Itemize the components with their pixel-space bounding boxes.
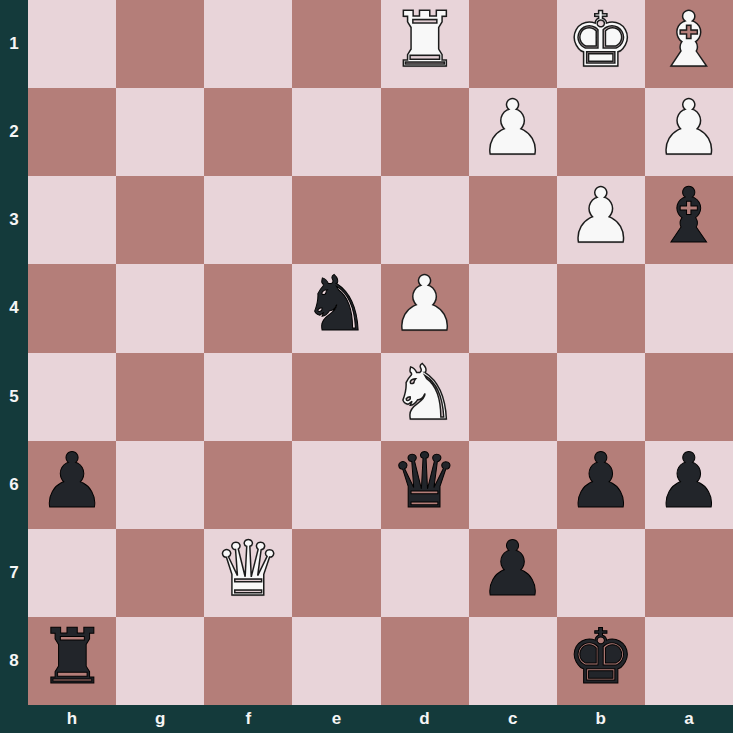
square-f1[interactable] xyxy=(204,0,292,88)
black-rook-icon[interactable]: ♜ xyxy=(38,619,106,695)
square-g7[interactable] xyxy=(116,529,204,617)
rank-label-3: 3 xyxy=(0,176,28,264)
square-h5[interactable] xyxy=(28,353,116,441)
file-label-d: d xyxy=(381,705,469,733)
white-pawn-icon[interactable]: ♟ xyxy=(567,178,635,254)
square-e2[interactable] xyxy=(292,88,380,176)
square-d4[interactable]: ♟ xyxy=(381,264,469,352)
file-label-e: e xyxy=(292,705,380,733)
square-h6[interactable]: ♟ xyxy=(28,441,116,529)
rank-label-4: 4 xyxy=(0,264,28,352)
square-g2[interactable] xyxy=(116,88,204,176)
square-c1[interactable] xyxy=(469,0,557,88)
square-b6[interactable]: ♟ xyxy=(557,441,645,529)
square-f5[interactable] xyxy=(204,353,292,441)
black-king-icon[interactable]: ♚ xyxy=(567,619,635,695)
square-f2[interactable] xyxy=(204,88,292,176)
rank-label-2: 2 xyxy=(0,88,28,176)
square-g3[interactable] xyxy=(116,176,204,264)
file-label-h: h xyxy=(28,705,116,733)
square-b1[interactable]: ♚ xyxy=(557,0,645,88)
white-king-icon[interactable]: ♚ xyxy=(567,2,635,78)
white-pawn-icon[interactable]: ♟ xyxy=(655,90,723,166)
square-b3[interactable]: ♟ xyxy=(557,176,645,264)
white-pawn-icon[interactable]: ♟ xyxy=(479,90,547,166)
square-d2[interactable] xyxy=(381,88,469,176)
square-e8[interactable] xyxy=(292,617,380,705)
square-g5[interactable] xyxy=(116,353,204,441)
square-f6[interactable] xyxy=(204,441,292,529)
square-b4[interactable] xyxy=(557,264,645,352)
square-c7[interactable]: ♟ xyxy=(469,529,557,617)
square-c2[interactable]: ♟ xyxy=(469,88,557,176)
chess-board: 1♜♚♝2♟♟3♟♝4♞♟5♞6♟♛♟♟7♛♟8♜♚hgfedcba xyxy=(0,0,733,733)
black-pawn-icon[interactable]: ♟ xyxy=(479,531,547,607)
square-h3[interactable] xyxy=(28,176,116,264)
square-b2[interactable] xyxy=(557,88,645,176)
black-pawn-icon[interactable]: ♟ xyxy=(655,443,723,519)
white-pawn-icon[interactable]: ♟ xyxy=(390,266,458,342)
square-h4[interactable] xyxy=(28,264,116,352)
rank-label-8: 8 xyxy=(0,617,28,705)
square-a4[interactable] xyxy=(645,264,733,352)
square-e4[interactable]: ♞ xyxy=(292,264,380,352)
square-g8[interactable] xyxy=(116,617,204,705)
square-d1[interactable]: ♜ xyxy=(381,0,469,88)
board-frame-corner xyxy=(0,705,28,733)
square-h2[interactable] xyxy=(28,88,116,176)
square-h8[interactable]: ♜ xyxy=(28,617,116,705)
square-b8[interactable]: ♚ xyxy=(557,617,645,705)
square-a5[interactable] xyxy=(645,353,733,441)
square-d7[interactable] xyxy=(381,529,469,617)
white-knight-icon[interactable]: ♞ xyxy=(390,355,458,431)
square-c3[interactable] xyxy=(469,176,557,264)
square-a3[interactable]: ♝ xyxy=(645,176,733,264)
white-queen-icon[interactable]: ♛ xyxy=(214,531,282,607)
square-b5[interactable] xyxy=(557,353,645,441)
rank-label-1: 1 xyxy=(0,0,28,88)
square-f7[interactable]: ♛ xyxy=(204,529,292,617)
square-d8[interactable] xyxy=(381,617,469,705)
square-h1[interactable] xyxy=(28,0,116,88)
square-d5[interactable]: ♞ xyxy=(381,353,469,441)
black-pawn-icon[interactable]: ♟ xyxy=(38,443,106,519)
square-c4[interactable] xyxy=(469,264,557,352)
square-h7[interactable] xyxy=(28,529,116,617)
square-a8[interactable] xyxy=(645,617,733,705)
white-rook-icon[interactable]: ♜ xyxy=(390,2,458,78)
file-label-b: b xyxy=(557,705,645,733)
square-d3[interactable] xyxy=(381,176,469,264)
square-e6[interactable] xyxy=(292,441,380,529)
square-g4[interactable] xyxy=(116,264,204,352)
file-label-a: a xyxy=(645,705,733,733)
square-c8[interactable] xyxy=(469,617,557,705)
white-bishop-icon[interactable]: ♝ xyxy=(655,2,723,78)
square-a1[interactable]: ♝ xyxy=(645,0,733,88)
square-g6[interactable] xyxy=(116,441,204,529)
square-e1[interactable] xyxy=(292,0,380,88)
square-a6[interactable]: ♟ xyxy=(645,441,733,529)
square-a2[interactable]: ♟ xyxy=(645,88,733,176)
rank-label-5: 5 xyxy=(0,353,28,441)
file-label-f: f xyxy=(204,705,292,733)
square-e3[interactable] xyxy=(292,176,380,264)
square-a7[interactable] xyxy=(645,529,733,617)
black-knight-icon[interactable]: ♞ xyxy=(302,266,370,342)
square-b7[interactable] xyxy=(557,529,645,617)
chess-board-frame: 1♜♚♝2♟♟3♟♝4♞♟5♞6♟♛♟♟7♛♟8♜♚hgfedcba xyxy=(0,0,733,733)
square-c5[interactable] xyxy=(469,353,557,441)
rank-label-6: 6 xyxy=(0,441,28,529)
square-c6[interactable] xyxy=(469,441,557,529)
square-f4[interactable] xyxy=(204,264,292,352)
file-label-c: c xyxy=(469,705,557,733)
black-bishop-icon[interactable]: ♝ xyxy=(655,178,723,254)
black-pawn-icon[interactable]: ♟ xyxy=(567,443,635,519)
square-e5[interactable] xyxy=(292,353,380,441)
square-e7[interactable] xyxy=(292,529,380,617)
file-label-g: g xyxy=(116,705,204,733)
square-f8[interactable] xyxy=(204,617,292,705)
black-queen-icon[interactable]: ♛ xyxy=(390,443,458,519)
square-g1[interactable] xyxy=(116,0,204,88)
square-f3[interactable] xyxy=(204,176,292,264)
rank-label-7: 7 xyxy=(0,529,28,617)
square-d6[interactable]: ♛ xyxy=(381,441,469,529)
